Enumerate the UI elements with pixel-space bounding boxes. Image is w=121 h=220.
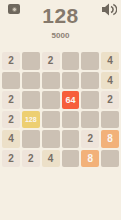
tile-2: 2	[2, 150, 20, 168]
tile-2: 2	[2, 111, 20, 129]
empty-cell	[62, 130, 80, 148]
tile-128: 128	[22, 111, 40, 129]
tile-2: 2	[22, 150, 40, 168]
score-sub-value: 5000	[0, 31, 121, 40]
tile-4: 4	[101, 72, 119, 90]
empty-cell	[81, 91, 99, 109]
empty-cell	[62, 111, 80, 129]
tile-2: 2	[81, 130, 99, 148]
sound-button[interactable]	[102, 3, 117, 16]
empty-cell	[81, 72, 99, 90]
tile-64: 64	[62, 91, 80, 109]
empty-cell	[62, 52, 80, 70]
empty-cell	[42, 72, 60, 90]
tile-2: 2	[42, 52, 60, 70]
empty-cell	[42, 111, 60, 129]
empty-cell	[101, 111, 119, 129]
tile-4: 4	[2, 130, 20, 148]
speaker-on-icon	[102, 3, 117, 16]
empty-cell	[42, 91, 60, 109]
empty-cell	[42, 130, 60, 148]
tile-2: 2	[101, 91, 119, 109]
empty-cell	[62, 150, 80, 168]
empty-cell	[81, 111, 99, 129]
empty-cell	[81, 52, 99, 70]
board[interactable]: 2244264221284282248	[0, 50, 121, 169]
tile-8: 8	[81, 150, 99, 168]
empty-cell	[62, 72, 80, 90]
empty-cell	[22, 91, 40, 109]
empty-cell	[2, 72, 20, 90]
empty-cell	[22, 72, 40, 90]
tile-2: 2	[2, 91, 20, 109]
tile-2: 2	[2, 52, 20, 70]
empty-cell	[22, 130, 40, 148]
empty-cell	[101, 150, 119, 168]
tile-8: 8	[101, 130, 119, 148]
empty-cell	[22, 52, 40, 70]
header: 128 5000	[0, 0, 121, 50]
tile-4: 4	[42, 150, 60, 168]
tile-4: 4	[101, 52, 119, 70]
